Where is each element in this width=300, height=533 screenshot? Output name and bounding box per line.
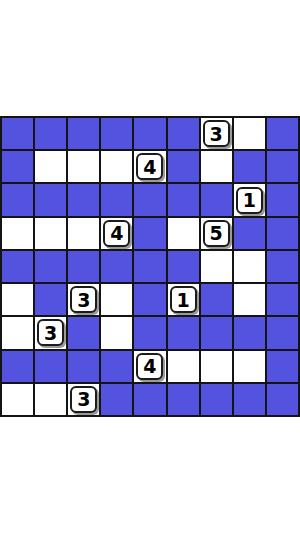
grid-cell-filled[interactable] [267,384,298,415]
grid-cell-empty[interactable] [101,151,132,182]
clue-tile: 1 [236,187,263,214]
grid-cell-filled[interactable] [101,351,132,382]
bottom-bar: Nurikabe ? [0,420,300,466]
clue-tile: 3 [203,120,230,147]
grid-cell-filled[interactable] [267,218,298,249]
grid-cell-empty[interactable] [35,218,66,249]
grid-cell-filled[interactable] [168,151,199,182]
grid-cell-filled[interactable] [267,351,298,382]
grid-cell-filled[interactable] [2,251,33,282]
grid-cell-filled[interactable] [35,184,66,215]
grid-cell-filled[interactable] [68,184,99,215]
grid-cell-clue[interactable]: 4 [134,351,165,382]
app-screen: 1 3414531343 [0,0,300,533]
grid-cell-empty[interactable] [68,151,99,182]
grid-cell-filled[interactable] [267,284,298,315]
grid-cell-filled[interactable] [168,118,199,149]
grid-cell-empty[interactable] [168,351,199,382]
grid-cell-empty[interactable] [234,251,265,282]
grid-cell-filled[interactable] [201,284,232,315]
grid-cell-empty[interactable] [234,284,265,315]
grid-cell-filled[interactable] [134,317,165,348]
grid-cell-filled[interactable] [201,317,232,348]
grid-cell-filled[interactable] [201,184,232,215]
grid-cell-filled[interactable] [267,184,298,215]
grid-cell-filled[interactable] [134,184,165,215]
grid-cell-clue[interactable]: 3 [201,118,232,149]
grid-cell-filled[interactable] [101,251,132,282]
grid-cell-filled[interactable] [2,151,33,182]
grid-cell-filled[interactable] [201,384,232,415]
grid-cell-empty[interactable] [35,151,66,182]
grid-cell-filled[interactable] [234,151,265,182]
grid-cell-filled[interactable] [2,184,33,215]
grid-cell-filled[interactable] [2,118,33,149]
grid-cell-filled[interactable] [168,317,199,348]
clue-tile: 5 [203,220,230,247]
grid-cell-clue[interactable]: 3 [35,317,66,348]
grid-cell-filled[interactable] [101,184,132,215]
grid-cell-empty[interactable] [201,151,232,182]
grid-cell-empty[interactable] [168,218,199,249]
clue-tile: 4 [136,353,163,380]
grid-cell-empty[interactable] [2,384,33,415]
grid-cell-filled[interactable] [267,317,298,348]
grid-cell-filled[interactable] [35,351,66,382]
grid-cell-empty[interactable] [201,251,232,282]
grid-cell-filled[interactable] [68,251,99,282]
clue-tile: 3 [70,386,97,413]
grid-cell-filled[interactable] [168,384,199,415]
grid-cell-clue[interactable]: 3 [68,284,99,315]
grid-cell-filled[interactable] [267,118,298,149]
grid-cell-empty[interactable] [234,351,265,382]
board: 3414531343 [0,116,300,417]
grid-cell-filled[interactable] [234,384,265,415]
grid-cell-filled[interactable] [68,317,99,348]
grid-cell-filled[interactable] [234,317,265,348]
grid-cell-empty[interactable] [2,284,33,315]
top-bar: 1 [0,60,300,110]
grid-cell-clue[interactable]: 1 [234,184,265,215]
grid-cell-empty[interactable] [2,317,33,348]
clue-tile: 4 [136,153,163,180]
grid-cell-filled[interactable] [168,184,199,215]
grid-cell-filled[interactable] [134,284,165,315]
grid-cell-filled[interactable] [2,351,33,382]
grid-cell-filled[interactable] [35,251,66,282]
grid-cell-filled[interactable] [35,284,66,315]
grid-cell-clue[interactable]: 3 [68,384,99,415]
grid-cell-empty[interactable] [201,351,232,382]
grid-cell-empty[interactable] [2,218,33,249]
grid-cell-clue[interactable]: 1 [168,284,199,315]
grid-cell-empty[interactable] [35,384,66,415]
clue-tile: 4 [103,220,130,247]
grid-cell-filled[interactable] [134,251,165,282]
grid-cell-filled[interactable] [267,151,298,182]
grid-cell-filled[interactable] [134,384,165,415]
grid-cell-filled[interactable] [234,218,265,249]
grid-cell-clue[interactable]: 4 [101,218,132,249]
clue-tile: 3 [70,286,97,313]
grid-cell-filled[interactable] [68,351,99,382]
grid-cell-filled[interactable] [68,118,99,149]
grid-cell-filled[interactable] [134,118,165,149]
grid-cell-clue[interactable]: 4 [134,151,165,182]
grid-cell-filled[interactable] [101,384,132,415]
grid-cell-empty[interactable] [101,284,132,315]
clue-tile: 1 [170,286,197,313]
grid-cell-filled[interactable] [101,118,132,149]
grid-cell-filled[interactable] [134,218,165,249]
clue-tile: 3 [37,319,64,346]
grid-cell-empty[interactable] [68,218,99,249]
grid-cell-clue[interactable]: 5 [201,218,232,249]
grid-cell-filled[interactable] [168,251,199,282]
grid-cell-empty[interactable] [101,317,132,348]
grid-cell-filled[interactable] [267,251,298,282]
grid-cell-empty[interactable] [234,118,265,149]
grid-cell-filled[interactable] [35,118,66,149]
